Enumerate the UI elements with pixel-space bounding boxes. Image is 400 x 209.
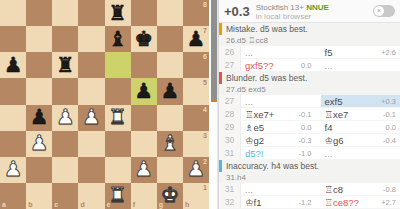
square-g1[interactable]: ♚g <box>157 183 183 209</box>
black-move-san[interactable]: ... <box>325 148 333 159</box>
white-move-eval: -0.3 <box>299 136 312 145</box>
square-e1[interactable]: ♜e <box>105 183 131 209</box>
file-label-f: f <box>133 201 135 208</box>
rank-label-8: 8 <box>203 1 207 8</box>
square-d3[interactable] <box>78 131 104 157</box>
comment-mistake: Mistake. d5 was best. <box>219 23 400 35</box>
move-row-29: 29♗e50.0f40.0 <box>219 121 400 134</box>
white-pawn-f2[interactable]: ♟ <box>134 159 153 180</box>
black-move-san[interactable]: f5 <box>325 47 333 58</box>
black-king-f7[interactable]: ♚ <box>134 29 153 50</box>
black-move-eval: +2.6 <box>381 48 396 57</box>
square-c7[interactable] <box>52 26 78 52</box>
move-row-30: 30♔g2-0.3♔g6-0.4 <box>219 134 400 147</box>
move-number: 26 <box>219 46 241 58</box>
square-e7[interactable]: ♝ <box>105 26 131 52</box>
white-move-san[interactable]: ... <box>245 47 253 58</box>
square-b1[interactable]: b <box>26 183 52 209</box>
variation-line[interactable]: 27.d5 exd5 <box>219 84 400 95</box>
white-cell-30[interactable]: ♔g2-0.3 <box>241 134 321 146</box>
variation-line[interactable]: 31.h4 <box>219 172 400 183</box>
square-d8[interactable] <box>78 0 104 26</box>
square-g6[interactable] <box>157 52 183 78</box>
black-move-san[interactable]: exf5 <box>325 96 343 107</box>
square-b2[interactable] <box>26 157 52 183</box>
move-number: 27 <box>219 59 241 71</box>
square-d4[interactable]: ♟ <box>78 105 104 131</box>
black-move-eval: -0.1 <box>383 110 396 119</box>
scrollbar-thumb[interactable] <box>211 0 217 99</box>
black-rook-e8[interactable]: ♜ <box>108 3 127 24</box>
engine-eval: +0.3 <box>224 4 250 19</box>
move-number: 29 <box>219 121 241 133</box>
square-f4[interactable] <box>131 105 157 131</box>
white-move-san[interactable]: d5?! <box>245 148 264 159</box>
white-pawn-c4[interactable]: ♟ <box>56 107 75 128</box>
square-g2[interactable] <box>157 157 183 183</box>
nnue-badge: NNUE <box>306 3 329 12</box>
white-pawn-b3[interactable]: ♟ <box>30 133 49 154</box>
square-a8[interactable] <box>0 0 26 26</box>
black-pawn-g5[interactable]: ♟ <box>160 81 179 102</box>
black-move-san[interactable]: ♔g6 <box>325 135 344 146</box>
white-rook-e4[interactable]: ♜ <box>108 107 127 128</box>
black-pawn-f5[interactable]: ♟ <box>134 81 153 102</box>
rank-label-7: 7 <box>203 27 207 34</box>
square-d2[interactable] <box>78 157 104 183</box>
square-f8[interactable] <box>131 0 157 26</box>
square-h2[interactable]: ♟2 <box>183 157 209 183</box>
black-move-eval: +2.7 <box>381 198 396 207</box>
engine-subtitle: in local browser <box>256 12 329 21</box>
move-row-27: 27...exf5+0.3 <box>219 95 400 108</box>
square-b3[interactable]: ♟ <box>26 131 52 157</box>
engine-info: Stockfish 13+ NNUE in local browser <box>256 2 329 21</box>
white-move-san[interactable]: ... <box>245 184 253 195</box>
square-b5[interactable] <box>26 78 52 104</box>
file-label-c: c <box>54 201 58 208</box>
square-d6[interactable] <box>78 52 104 78</box>
square-c2[interactable] <box>52 157 78 183</box>
white-pawn-d4[interactable]: ♟ <box>82 107 101 128</box>
square-g4[interactable] <box>157 105 183 131</box>
engine-toggle-knob[interactable]: × <box>374 6 384 16</box>
square-f3[interactable] <box>131 131 157 157</box>
square-g7[interactable] <box>157 26 183 52</box>
white-cell-27[interactable]: ... <box>241 95 321 107</box>
black-move-san[interactable]: ... <box>325 60 333 71</box>
square-b6[interactable] <box>26 52 52 78</box>
black-move-eval: 0.0 <box>386 123 396 132</box>
move-number: 28 <box>219 108 241 120</box>
black-move-eval: +0.3 <box>381 97 396 106</box>
white-move-san[interactable]: gxf5?? <box>245 60 274 71</box>
rank-label-1: 1 <box>203 184 207 191</box>
white-move-eval: 0.0 <box>301 61 311 70</box>
file-label-e: e <box>107 201 111 208</box>
black-cell-27[interactable]: exf5+0.3 <box>321 95 400 107</box>
white-cell-28[interactable]: ♖xe7+-0.1 <box>241 108 321 120</box>
square-g5[interactable]: ♟ <box>157 78 183 104</box>
rank-label-3: 3 <box>203 132 207 139</box>
square-a7[interactable] <box>0 26 26 52</box>
file-label-h: h <box>185 201 189 208</box>
black-move-eval: -0.4 <box>383 136 396 145</box>
move-number: 27 <box>219 95 241 107</box>
white-king-g1[interactable]: ♚ <box>160 185 179 206</box>
comment-inaccuracy: Inaccuracy. h4 was best. <box>219 160 400 172</box>
engine-name-line: Stockfish 13+ NNUE <box>256 3 329 12</box>
white-move-san[interactable]: ♔g2 <box>245 135 264 146</box>
square-a1[interactable]: a <box>0 183 26 209</box>
square-f1[interactable]: f <box>131 183 157 209</box>
white-move-san[interactable]: ♗e5 <box>245 122 264 133</box>
black-cell-30[interactable]: ♔g6-0.4 <box>321 134 400 146</box>
white-move-eval: -1.2 <box>299 198 312 207</box>
white-cell-29[interactable]: ♗e50.0 <box>241 121 321 133</box>
black-move-san[interactable]: ♖ce8?? <box>325 197 359 208</box>
white-move-eval: -1.0 <box>299 149 312 158</box>
square-b4[interactable]: ♟ <box>26 105 52 131</box>
square-a3[interactable] <box>0 131 26 157</box>
black-cell-31[interactable]: ... <box>321 147 400 159</box>
square-d7[interactable] <box>78 26 104 52</box>
move-row-26: 26...f5+2.6 <box>219 46 400 59</box>
square-a2[interactable]: ♟ <box>0 157 26 183</box>
white-rook-e1[interactable]: ♜ <box>108 185 127 206</box>
square-f6[interactable] <box>131 52 157 78</box>
move-list: Mistake. d5 was best.26.d5 ♖cc826...f5+2… <box>219 23 400 209</box>
rank-label-6: 6 <box>203 53 207 60</box>
square-h3[interactable]: 3 <box>183 131 209 157</box>
move-number: 31 <box>219 183 241 195</box>
square-g3[interactable]: ♝ <box>157 131 183 157</box>
chess-analysis-app: ♜8♝♚♟7♟♜6♟♟5♟♟♟♜4♟♝3♟♟♟2abcd♜ef♚g1h +0.3… <box>0 0 400 209</box>
rank-label-4: 4 <box>203 106 207 113</box>
square-a5[interactable] <box>0 78 26 104</box>
file-label-g: g <box>159 201 163 208</box>
comment-blunder: Blunder. d5 was best. <box>219 72 400 84</box>
square-c8[interactable] <box>52 0 78 26</box>
square-a6[interactable]: ♟ <box>0 52 26 78</box>
square-h5[interactable]: 5 <box>183 78 209 104</box>
move-number: 32 <box>219 196 241 208</box>
black-move-san[interactable]: ♖xe7 <box>325 109 349 120</box>
black-pawn-b4[interactable]: ♟ <box>30 107 49 128</box>
square-c6[interactable]: ♜ <box>52 52 78 78</box>
black-rook-c6[interactable]: ♜ <box>56 55 75 76</box>
file-label-d: d <box>80 201 84 208</box>
square-e3[interactable] <box>105 131 131 157</box>
white-cell-31[interactable]: d5?!-1.0 <box>241 147 321 159</box>
square-c3[interactable] <box>52 131 78 157</box>
black-cell-27[interactable]: ... <box>321 59 400 71</box>
white-cell-31[interactable]: ... <box>241 183 321 195</box>
square-e8[interactable]: ♜ <box>105 0 131 26</box>
chess-board[interactable]: ♜8♝♚♟7♟♜6♟♟5♟♟♟♜4♟♝3♟♟♟2abcd♜ef♚g1h <box>0 0 209 209</box>
analysis-panel: +0.3 Stockfish 13+ NNUE in local browser… <box>218 0 400 209</box>
square-e6[interactable] <box>105 52 131 78</box>
square-c5[interactable] <box>52 78 78 104</box>
white-move-eval: 0.0 <box>301 123 311 132</box>
square-a4[interactable] <box>0 105 26 131</box>
square-d1[interactable]: d <box>78 183 104 209</box>
black-move-san[interactable]: ♖c8 <box>325 184 344 195</box>
white-move-eval: -0.1 <box>299 110 312 119</box>
square-f7[interactable]: ♚ <box>131 26 157 52</box>
move-row-27: 27gxf5??0.0... <box>219 59 400 72</box>
square-h6[interactable]: 6 <box>183 52 209 78</box>
black-cell-28[interactable]: ♖xe7-0.1 <box>321 108 400 120</box>
white-move-san[interactable]: ♖xe7+ <box>245 109 274 120</box>
move-number: 31 <box>219 147 241 159</box>
square-h7[interactable]: ♟7 <box>183 26 209 52</box>
square-b7[interactable] <box>26 26 52 52</box>
white-move-san[interactable]: ♔f1 <box>245 197 261 208</box>
rank-label-5: 5 <box>203 79 207 86</box>
white-cell-26[interactable]: ... <box>241 46 321 58</box>
engine-name: Stockfish 13+ <box>256 3 304 12</box>
square-h1[interactable]: 1h <box>183 183 209 209</box>
square-b8[interactable] <box>26 0 52 26</box>
scrollbar-marker <box>211 99 217 102</box>
white-bishop-g3[interactable]: ♝ <box>160 133 179 154</box>
move-row-31: 31...♖c8-0.8 <box>219 183 400 196</box>
square-f2[interactable]: ♟ <box>131 157 157 183</box>
square-e5[interactable] <box>105 78 131 104</box>
white-cell-27[interactable]: gxf5??0.0 <box>241 59 321 71</box>
white-pawn-a2[interactable]: ♟ <box>4 159 23 180</box>
square-c4[interactable]: ♟ <box>52 105 78 131</box>
black-cell-31[interactable]: ♖c8-0.8 <box>321 183 400 195</box>
square-h4[interactable]: 4 <box>183 105 209 131</box>
white-cell-32[interactable]: ♔f1-1.2 <box>241 196 321 208</box>
file-label-b: b <box>28 201 32 208</box>
black-cell-29[interactable]: f40.0 <box>321 121 400 133</box>
white-move-san[interactable]: ... <box>245 96 253 107</box>
square-e4[interactable]: ♜ <box>105 105 131 131</box>
black-move-san[interactable]: f4 <box>325 122 333 133</box>
move-row-28: 28♖xe7+-0.1♖xe7-0.1 <box>219 108 400 121</box>
variation-line[interactable]: 26.d5 ♖cc8 <box>219 35 400 46</box>
black-pawn-a6[interactable]: ♟ <box>4 55 23 76</box>
black-cell-32[interactable]: ♖ce8??+2.7 <box>321 196 400 208</box>
square-e2[interactable] <box>105 157 131 183</box>
square-h8[interactable]: 8 <box>183 0 209 26</box>
move-number: 30 <box>219 134 241 146</box>
file-label-a: a <box>2 201 6 208</box>
square-d5[interactable] <box>78 78 104 104</box>
move-row-32: 32♔f1-1.2♖ce8??+2.7 <box>219 196 400 209</box>
rank-label-2: 2 <box>203 158 207 165</box>
move-list-scrollbar[interactable] <box>211 0 218 209</box>
black-move-eval: -0.8 <box>383 185 396 194</box>
move-row-31: 31d5?!-1.0... <box>219 147 400 160</box>
engine-header: +0.3 Stockfish 13+ NNUE in local browser… <box>219 0 400 23</box>
black-bishop-e7[interactable]: ♝ <box>108 29 127 50</box>
toggle-off-icon: × <box>377 6 381 16</box>
square-g8[interactable] <box>157 0 183 26</box>
square-f5[interactable]: ♟ <box>131 78 157 104</box>
engine-toggle[interactable]: × <box>373 5 395 17</box>
square-c1[interactable]: c <box>52 183 78 209</box>
black-cell-26[interactable]: f5+2.6 <box>321 46 400 58</box>
